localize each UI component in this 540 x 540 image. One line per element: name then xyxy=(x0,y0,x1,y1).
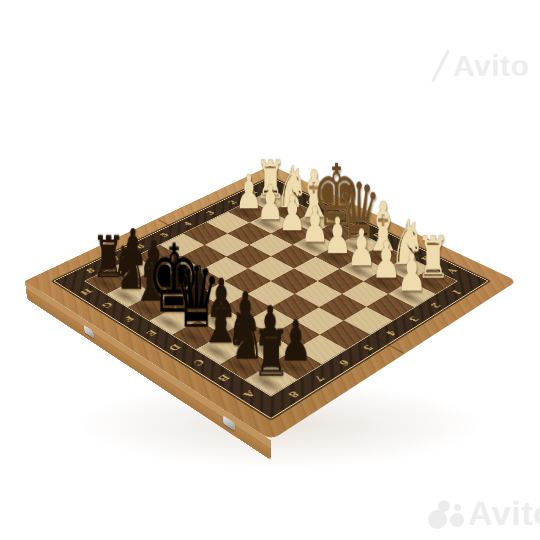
watermark-bottom: Avito xyxy=(424,492,540,538)
black-rook: ♜ xyxy=(217,321,324,385)
watermark-top-text: Avito xyxy=(453,49,529,83)
watermark-bottom-text: Avito xyxy=(468,494,540,533)
avito-slash-icon xyxy=(431,49,450,82)
latch-icon xyxy=(84,325,94,339)
square-a2: ♟ xyxy=(389,281,436,307)
watermark-top: Avito xyxy=(429,45,540,87)
chess-board: HGFEDCBA HGFEDCBA 12345678 12345678 ♜♞♝♚… xyxy=(25,165,517,440)
chess-scene: HGFEDCBA HGFEDCBA 12345678 12345678 ♜♞♝♚… xyxy=(97,107,445,455)
latch-icon xyxy=(223,415,235,431)
white-pawn: ♟ xyxy=(363,247,460,299)
